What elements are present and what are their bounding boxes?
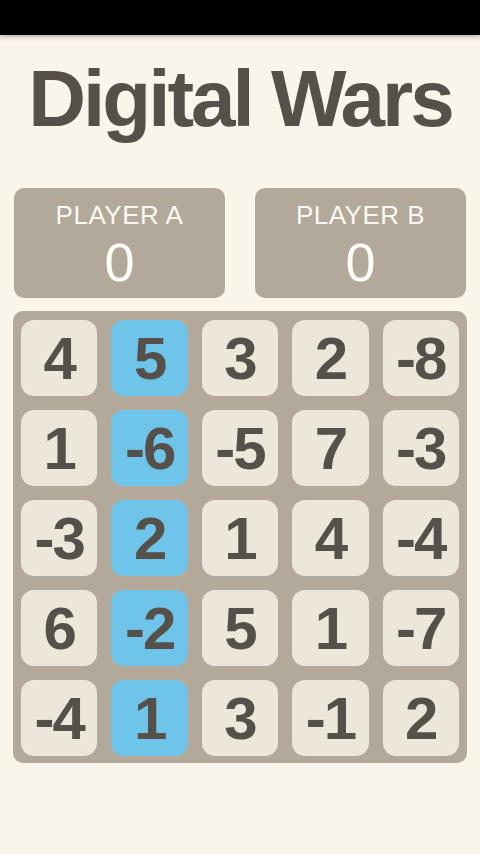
board-cell-r1c3[interactable]: 3 [202,320,278,396]
board-cell-r4c3[interactable]: 5 [202,590,278,666]
board-cell-r3c1[interactable]: -3 [21,500,97,576]
board-cell-r2c1[interactable]: 1 [21,410,97,486]
player-b-score: 0 [345,231,375,293]
board-cell-r2c3[interactable]: -5 [202,410,278,486]
board-cell-r1c1[interactable]: 4 [21,320,97,396]
player-b-score-box: PLAYER B 0 [255,188,466,298]
board-cell-r1c2[interactable]: 5 [111,320,187,396]
player-a-score-box: PLAYER A 0 [14,188,225,298]
board-cell-r2c2[interactable]: -6 [111,410,187,486]
status-bar [0,0,480,35]
player-a-score: 0 [104,231,134,293]
board-cell-r5c5[interactable]: 2 [383,680,459,756]
board-cell-r4c2[interactable]: -2 [111,590,187,666]
board-cell-r1c5[interactable]: -8 [383,320,459,396]
board-cell-r5c1[interactable]: -4 [21,680,97,756]
board-cell-r2c4[interactable]: 7 [292,410,368,486]
board-cell-r4c5[interactable]: -7 [383,590,459,666]
board-cell-r2c5[interactable]: -3 [383,410,459,486]
board-cell-r4c4[interactable]: 1 [292,590,368,666]
app-title: Digital Wars [0,40,480,158]
board-cell-r3c2[interactable]: 2 [111,500,187,576]
scoreboard: PLAYER A 0 PLAYER B 0 [14,188,466,298]
board-cell-r1c4[interactable]: 2 [292,320,368,396]
board-cell-r3c4[interactable]: 4 [292,500,368,576]
board-cell-r3c3[interactable]: 1 [202,500,278,576]
board-cell-r5c4[interactable]: -1 [292,680,368,756]
board-cell-r3c5[interactable]: -4 [383,500,459,576]
board-cell-r4c1[interactable]: 6 [21,590,97,666]
player-a-label: PLAYER A [56,199,184,231]
game-board: 4532-81-6-57-3-3214-46-251-7-413-12 [13,311,467,763]
player-b-label: PLAYER B [296,199,425,231]
board-cell-r5c2[interactable]: 1 [111,680,187,756]
board-cell-r5c3[interactable]: 3 [202,680,278,756]
